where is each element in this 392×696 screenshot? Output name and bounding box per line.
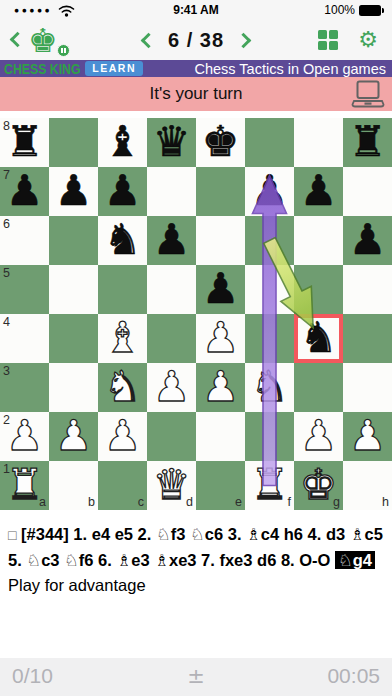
file-label-g: g xyxy=(333,495,340,509)
square-c1[interactable]: c xyxy=(98,461,147,510)
black-pawn-d6[interactable]: ♟ xyxy=(147,216,196,265)
square-a2[interactable]: 2♟ xyxy=(0,412,49,461)
square-g6[interactable] xyxy=(294,216,343,265)
square-b8[interactable] xyxy=(49,118,98,167)
puzzle-grid-icon[interactable] xyxy=(318,30,338,50)
turn-banner: It's your turn xyxy=(0,77,392,111)
white-knight-f3[interactable]: ♞ xyxy=(245,363,294,412)
square-e6[interactable] xyxy=(196,216,245,265)
nav-bar: ♚ 6 / 38 ⚙ xyxy=(0,20,392,60)
file-label-h: h xyxy=(382,495,389,509)
white-pawn-c2[interactable]: ♟ xyxy=(98,412,147,461)
square-g7[interactable]: ♟ xyxy=(294,167,343,216)
battery-percent: 100% xyxy=(324,3,355,17)
square-a6[interactable]: 6 xyxy=(0,216,49,265)
chess-board: 8♜♝♛♚♜7♟♟♟♟♟6♞♟♟5♟4♝♟♞3♞♟♟♞2♟♟♟♟♟1a♜bcd♛… xyxy=(0,118,392,510)
square-f2[interactable] xyxy=(245,412,294,461)
square-h5[interactable] xyxy=(343,265,392,314)
rank-label-3: 3 xyxy=(3,364,10,378)
puzzle-counter: 6 / 38 xyxy=(168,29,224,52)
square-c3[interactable]: ♞ xyxy=(98,363,147,412)
square-a3[interactable]: 3 xyxy=(0,363,49,412)
square-g5[interactable] xyxy=(294,265,343,314)
rank-label-4: 4 xyxy=(3,315,10,329)
square-b1[interactable]: b xyxy=(49,461,98,510)
course-title: Chess Tactics in Open games xyxy=(194,61,386,77)
square-a4[interactable]: 4 xyxy=(0,314,49,363)
square-c4[interactable]: ♝ xyxy=(98,314,147,363)
file-label-a: a xyxy=(39,495,46,509)
black-pawn-h6[interactable]: ♟ xyxy=(343,216,392,265)
black-pawn-g7[interactable]: ♟ xyxy=(294,167,343,216)
square-c6[interactable]: ♞ xyxy=(98,216,147,265)
square-g2[interactable]: ♟ xyxy=(294,412,343,461)
white-pawn-e3[interactable]: ♟ xyxy=(196,363,245,412)
square-d1[interactable]: d♛ xyxy=(147,461,196,510)
square-f5[interactable] xyxy=(245,265,294,314)
file-label-b: b xyxy=(88,495,95,509)
rank-label-6: 6 xyxy=(3,217,10,231)
rank-label-5: 5 xyxy=(3,266,10,280)
square-f3[interactable]: ♞ xyxy=(245,363,294,412)
square-c2[interactable]: ♟ xyxy=(98,412,147,461)
learn-badge: LEARN xyxy=(85,61,143,76)
black-king-e8[interactable]: ♚ xyxy=(196,118,245,167)
file-label-f: f xyxy=(288,495,291,509)
rank-label-2: 2 xyxy=(3,413,10,427)
battery-icon xyxy=(359,5,384,16)
computer-move-icon[interactable] xyxy=(350,80,386,109)
square-f4[interactable] xyxy=(245,314,294,363)
square-f8[interactable] xyxy=(245,118,294,167)
black-pawn-c7[interactable]: ♟ xyxy=(98,167,147,216)
square-d4[interactable] xyxy=(147,314,196,363)
black-knight-g4[interactable]: ♞ xyxy=(294,314,343,363)
brand-logo-text: CHESS KING xyxy=(4,60,81,77)
file-label-c: c xyxy=(138,495,144,509)
square-a5[interactable]: 5 xyxy=(0,265,49,314)
square-f7[interactable]: ♟ xyxy=(245,167,294,216)
square-g8[interactable] xyxy=(294,118,343,167)
square-d6[interactable]: ♟ xyxy=(147,216,196,265)
puzzle-id: [#344] xyxy=(21,525,69,543)
square-h6[interactable]: ♟ xyxy=(343,216,392,265)
square-c5[interactable] xyxy=(98,265,147,314)
square-b2[interactable]: ♟ xyxy=(49,412,98,461)
square-a8[interactable]: 8♜ xyxy=(0,118,49,167)
black-bishop-c8[interactable]: ♝ xyxy=(98,118,147,167)
square-d8[interactable]: ♛ xyxy=(147,118,196,167)
square-b6[interactable] xyxy=(49,216,98,265)
square-g3[interactable] xyxy=(294,363,343,412)
square-e8[interactable]: ♚ xyxy=(196,118,245,167)
square-h3[interactable] xyxy=(343,363,392,412)
square-b4[interactable] xyxy=(49,314,98,363)
timer: 00:05 xyxy=(327,664,380,688)
square-a1[interactable]: 1a♜ xyxy=(0,461,49,510)
prev-puzzle-button[interactable] xyxy=(141,32,157,48)
notation-panel: □ [#344] 1. e4 e5 2. ♘f3 ♘c6 3. ♗c4 h6 4… xyxy=(0,512,392,598)
square-e3[interactable]: ♟ xyxy=(196,363,245,412)
square-h4[interactable] xyxy=(343,314,392,363)
square-h8[interactable]: ♜ xyxy=(343,118,392,167)
black-knight-c6[interactable]: ♞ xyxy=(98,216,147,265)
black-pawn-b7[interactable]: ♟ xyxy=(49,167,98,216)
next-puzzle-button[interactable] xyxy=(236,32,252,48)
black-queen-d8[interactable]: ♛ xyxy=(147,118,196,167)
square-d5[interactable] xyxy=(147,265,196,314)
black-rook-h8[interactable]: ♜ xyxy=(343,118,392,167)
square-g4[interactable]: ♞ xyxy=(294,314,343,363)
square-c7[interactable]: ♟ xyxy=(98,167,147,216)
square-f1[interactable]: f♜ xyxy=(245,461,294,510)
square-f6[interactable] xyxy=(245,216,294,265)
square-a7[interactable]: 7♟ xyxy=(0,167,49,216)
white-pawn-h2[interactable]: ♟ xyxy=(343,412,392,461)
file-label-d: d xyxy=(186,495,193,509)
last-move-highlight[interactable]: ♘g4 xyxy=(335,551,375,569)
white-pawn-d3[interactable]: ♟ xyxy=(147,363,196,412)
square-e4[interactable]: ♟ xyxy=(196,314,245,363)
turn-message: It's your turn xyxy=(0,77,392,111)
square-e7[interactable] xyxy=(196,167,245,216)
white-pawn-g2[interactable]: ♟ xyxy=(294,412,343,461)
square-d3[interactable]: ♟ xyxy=(147,363,196,412)
white-pawn-e4[interactable]: ♟ xyxy=(196,314,245,363)
square-e2[interactable] xyxy=(196,412,245,461)
white-bishop-c4[interactable]: ♝ xyxy=(98,314,147,363)
white-pawn-b2[interactable]: ♟ xyxy=(49,412,98,461)
settings-gear-icon[interactable]: ⚙ xyxy=(358,30,378,50)
side-to-move-symbol: □ xyxy=(8,527,16,543)
rank-label-7: 7 xyxy=(3,168,10,182)
square-h7[interactable] xyxy=(343,167,392,216)
status-bar: ●●●●● 9:41 AM 100% xyxy=(0,0,392,20)
square-d2[interactable] xyxy=(147,412,196,461)
square-b5[interactable] xyxy=(49,265,98,314)
square-g1[interactable]: g♚ xyxy=(294,461,343,510)
square-e1[interactable]: e xyxy=(196,461,245,510)
brand-bar: CHESS KING LEARN Chess Tactics in Open g… xyxy=(0,60,392,77)
square-b7[interactable]: ♟ xyxy=(49,167,98,216)
square-h1[interactable]: h xyxy=(343,461,392,510)
square-c8[interactable]: ♝ xyxy=(98,118,147,167)
black-pawn-f7[interactable]: ♟ xyxy=(245,167,294,216)
rank-label-1: 1 xyxy=(3,462,10,476)
app-screen: ●●●●● 9:41 AM 100% ♚ 6 / 38 xyxy=(0,0,392,696)
square-h2[interactable]: ♟ xyxy=(343,412,392,461)
square-d7[interactable] xyxy=(147,167,196,216)
file-label-e: e xyxy=(235,495,242,509)
footer-bar: 0/10 ± 00:05 xyxy=(0,658,392,696)
square-e5[interactable]: ♟ xyxy=(196,265,245,314)
rank-label-8: 8 xyxy=(3,119,10,133)
puzzle-instruction: Play for advantage xyxy=(8,573,384,598)
square-b3[interactable] xyxy=(49,363,98,412)
black-pawn-e5[interactable]: ♟ xyxy=(196,265,245,314)
white-knight-c3[interactable]: ♞ xyxy=(98,363,147,412)
